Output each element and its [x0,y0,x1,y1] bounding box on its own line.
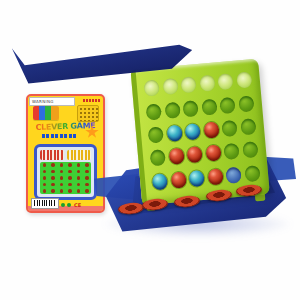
empty-hole[interactable] [199,75,215,92]
card-subtitle-text [42,134,78,138]
mini-board-hole [68,183,72,187]
tray-disc-red[interactable] [235,184,262,198]
mini-board-hole [60,163,64,167]
red-disc-stack [40,150,64,160]
tray-disc-red[interactable] [173,195,200,209]
mini-board-hole [85,189,89,193]
mini-board-hole [77,170,81,174]
tray-disc-red[interactable] [141,198,168,212]
mini-board-hole [60,170,64,174]
mini-board-hole [51,163,55,167]
red-disc[interactable] [203,121,219,138]
mini-board-hole [77,176,81,180]
empty-hole[interactable] [236,72,252,89]
mini-board-hole [68,176,72,180]
mini-board-hole [43,170,47,174]
mini-board-hole [85,163,89,167]
warning-label: WARNING [29,97,75,106]
empty-hole[interactable] [238,95,254,112]
mini-board-hole [85,183,89,187]
tray-disc-red[interactable] [117,202,144,216]
mini-board-hole [60,176,64,180]
empty-hole[interactable] [181,76,197,93]
mini-board-hole [43,163,47,167]
blue-disc[interactable] [185,123,201,140]
green-dot-icon [67,203,71,207]
mini-board-hole [43,189,47,193]
tray-disc-red[interactable] [205,189,232,203]
empty-hole[interactable] [148,126,164,143]
mini-board-hole [77,189,81,193]
blue-disc[interactable] [166,125,182,142]
blister-window [34,144,97,200]
empty-hole[interactable] [240,118,256,135]
mini-board-hole [68,170,72,174]
mini-board-hole [60,183,64,187]
yellow-disc-stack [67,150,91,160]
mini-board-hole [68,189,72,193]
mini-board-hole [51,189,55,193]
empty-hole[interactable] [162,78,178,95]
empty-hole[interactable] [183,100,199,117]
mini-board-hole [77,183,81,187]
green-dot-icon [61,203,65,207]
mini-board-hole [43,176,47,180]
barcode [31,198,59,209]
item-number-text [83,99,100,102]
tray-discs [94,148,296,236]
card-artwork [33,106,59,120]
mini-board-hole [51,170,55,174]
mini-board-hole [77,163,81,167]
empty-hole[interactable] [217,73,233,90]
empty-hole[interactable] [146,103,162,120]
mini-board-hole [51,183,55,187]
mini-board-hole [60,189,64,193]
empty-hole[interactable] [164,101,180,118]
empty-hole[interactable] [201,98,217,115]
empty-hole[interactable] [222,120,238,137]
ce-mark: CE [74,202,81,208]
product-photo: WARNING CLEVER GAME CE [0,0,300,300]
mini-board-hole [43,183,47,187]
mini-board-hole [51,176,55,180]
mini-board-hole [85,176,89,180]
mini-board [40,162,91,194]
empty-hole[interactable] [144,80,160,97]
mini-board-hole [85,170,89,174]
board-graphic-icon [77,105,99,122]
empty-hole[interactable] [220,97,236,114]
mini-board-hole [68,163,72,167]
